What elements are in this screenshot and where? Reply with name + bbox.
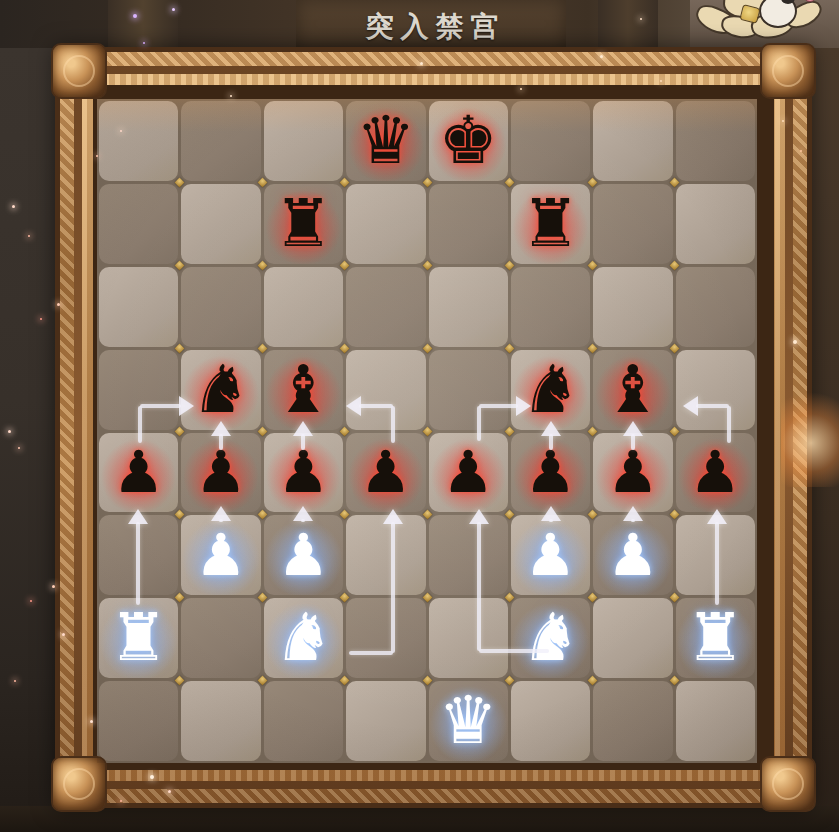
square-c8[interactable] <box>264 101 343 181</box>
square-a3[interactable] <box>99 515 178 595</box>
square-b7[interactable] <box>181 184 260 264</box>
piece-white-pawn[interactable]: ♟ <box>593 515 672 595</box>
square-d3[interactable] <box>346 515 425 595</box>
square-g8[interactable] <box>593 101 672 181</box>
black-queen-glyph: ♛ <box>356 108 415 174</box>
square-d8[interactable]: ♛ <box>346 101 425 181</box>
square-h4[interactable]: ♟ <box>676 433 755 513</box>
square-c6[interactable] <box>264 267 343 347</box>
square-a7[interactable] <box>99 184 178 264</box>
square-e2[interactable] <box>429 598 508 678</box>
square-f1[interactable] <box>511 681 590 761</box>
black-king-glyph: ♚ <box>439 108 498 174</box>
square-g2[interactable] <box>593 598 672 678</box>
black-pawn-glyph: ♟ <box>525 443 577 501</box>
black-bishop-glyph: ♝ <box>603 357 662 423</box>
square-f4[interactable]: ♟ <box>511 433 590 513</box>
square-a4[interactable]: ♟ <box>99 433 178 513</box>
white-pawn-glyph: ♟ <box>525 526 577 584</box>
piece-black-rook[interactable]: ♜ <box>264 184 343 264</box>
square-h7[interactable] <box>676 184 755 264</box>
black-pawn-glyph: ♟ <box>442 443 494 501</box>
square-g5[interactable]: ♝ <box>593 350 672 430</box>
piece-black-rook[interactable]: ♜ <box>511 184 590 264</box>
square-d6[interactable] <box>346 267 425 347</box>
square-d5[interactable] <box>346 350 425 430</box>
square-g7[interactable] <box>593 184 672 264</box>
square-e6[interactable] <box>429 267 508 347</box>
square-g1[interactable] <box>593 681 672 761</box>
square-g4[interactable]: ♟ <box>593 433 672 513</box>
white-rook-glyph: ♜ <box>109 605 168 671</box>
square-d1[interactable] <box>346 681 425 761</box>
white-pawn-glyph: ♟ <box>607 526 659 584</box>
piece-black-pawn[interactable]: ♟ <box>593 433 672 513</box>
black-pawn-glyph: ♟ <box>113 443 165 501</box>
square-b3[interactable]: ♟ <box>181 515 260 595</box>
right-wall <box>812 48 839 832</box>
black-knight-glyph: ♞ <box>521 357 580 423</box>
square-a8[interactable] <box>99 101 178 181</box>
frame-corner-ornament <box>760 756 816 812</box>
square-b8[interactable] <box>181 101 260 181</box>
square-b5[interactable]: ♞ <box>181 350 260 430</box>
square-a1[interactable] <box>99 681 178 761</box>
piece-white-knight[interactable]: ♞ <box>511 598 590 678</box>
piece-white-queen[interactable]: ♛ <box>429 681 508 761</box>
square-g3[interactable]: ♟ <box>593 515 672 595</box>
square-e8[interactable]: ♚ <box>429 101 508 181</box>
black-pawn-glyph: ♟ <box>277 443 329 501</box>
square-f2[interactable]: ♞ <box>511 598 590 678</box>
square-a6[interactable] <box>99 267 178 347</box>
square-d7[interactable] <box>346 184 425 264</box>
piece-white-rook[interactable]: ♜ <box>99 598 178 678</box>
square-c3[interactable]: ♟ <box>264 515 343 595</box>
piece-black-knight[interactable]: ♞ <box>181 350 260 430</box>
square-h8[interactable] <box>676 101 755 181</box>
square-e3[interactable] <box>429 515 508 595</box>
square-e7[interactable] <box>429 184 508 264</box>
black-rook-glyph: ♜ <box>274 191 333 257</box>
character-icon <box>693 0 833 44</box>
square-a5[interactable] <box>99 350 178 430</box>
square-b2[interactable] <box>181 598 260 678</box>
square-c2[interactable]: ♞ <box>264 598 343 678</box>
square-h3[interactable] <box>676 515 755 595</box>
square-e1[interactable]: ♛ <box>429 681 508 761</box>
bottom-wall <box>0 806 839 832</box>
piece-black-pawn[interactable]: ♟ <box>99 433 178 513</box>
white-knight-glyph: ♞ <box>521 605 580 671</box>
piece-black-pawn[interactable]: ♟ <box>264 433 343 513</box>
square-f7[interactable]: ♜ <box>511 184 590 264</box>
black-pawn-glyph: ♟ <box>607 443 659 501</box>
wall-pillar <box>108 0 178 48</box>
white-knight-glyph: ♞ <box>274 605 333 671</box>
piece-black-bishop[interactable]: ♝ <box>593 350 672 430</box>
white-rook-glyph: ♜ <box>686 605 745 671</box>
square-b4[interactable]: ♟ <box>181 433 260 513</box>
frame-corner-ornament <box>51 43 107 99</box>
frame-corner-ornament <box>760 43 816 99</box>
square-c7[interactable]: ♜ <box>264 184 343 264</box>
square-h1[interactable] <box>676 681 755 761</box>
wall-pillar <box>598 0 658 48</box>
square-f6[interactable] <box>511 267 590 347</box>
square-g6[interactable] <box>593 267 672 347</box>
square-c5[interactable]: ♝ <box>264 350 343 430</box>
square-h6[interactable] <box>676 267 755 347</box>
square-d4[interactable]: ♟ <box>346 433 425 513</box>
white-queen-glyph: ♛ <box>439 688 498 754</box>
black-pawn-glyph: ♟ <box>360 443 412 501</box>
left-wall <box>0 48 55 832</box>
piece-white-rook[interactable]: ♜ <box>676 598 755 678</box>
white-pawn-glyph: ♟ <box>277 526 329 584</box>
piece-white-knight[interactable]: ♞ <box>264 598 343 678</box>
piece-black-knight[interactable]: ♞ <box>511 350 590 430</box>
piece-white-pawn[interactable]: ♟ <box>181 515 260 595</box>
page-title: 突入禁宫 <box>366 8 506 46</box>
square-f5[interactable]: ♞ <box>511 350 590 430</box>
square-f8[interactable] <box>511 101 590 181</box>
square-c4[interactable]: ♟ <box>264 433 343 513</box>
piece-black-pawn[interactable]: ♟ <box>429 433 508 513</box>
square-d2[interactable] <box>346 598 425 678</box>
black-pawn-glyph: ♟ <box>195 443 247 501</box>
square-f3[interactable]: ♟ <box>511 515 590 595</box>
piece-black-king[interactable]: ♚ <box>429 101 508 181</box>
square-h2[interactable]: ♜ <box>676 598 755 678</box>
square-a2[interactable]: ♜ <box>99 598 178 678</box>
piece-black-pawn[interactable]: ♟ <box>346 433 425 513</box>
piece-white-pawn[interactable]: ♟ <box>264 515 343 595</box>
square-b1[interactable] <box>181 681 260 761</box>
white-pawn-glyph: ♟ <box>195 526 247 584</box>
chess-board: ♛♚♜♜♞♝♞♝♟♟♟♟♟♟♟♟♟♟♟♟♜♞♞♜♛ <box>97 99 757 763</box>
black-pawn-glyph: ♟ <box>689 443 741 501</box>
piece-black-pawn[interactable]: ♟ <box>181 433 260 513</box>
square-e5[interactable] <box>429 350 508 430</box>
black-rook-glyph: ♜ <box>521 191 580 257</box>
square-e4[interactable]: ♟ <box>429 433 508 513</box>
piece-black-pawn[interactable]: ♟ <box>676 433 755 513</box>
piece-black-queen[interactable]: ♛ <box>346 101 425 181</box>
piece-white-pawn[interactable]: ♟ <box>511 515 590 595</box>
frame-corner-ornament <box>51 756 107 812</box>
piece-black-bishop[interactable]: ♝ <box>264 350 343 430</box>
square-h5[interactable] <box>676 350 755 430</box>
black-knight-glyph: ♞ <box>191 357 250 423</box>
square-b6[interactable] <box>181 267 260 347</box>
square-c1[interactable] <box>264 681 343 761</box>
piece-black-pawn[interactable]: ♟ <box>511 433 590 513</box>
black-bishop-glyph: ♝ <box>274 357 333 423</box>
